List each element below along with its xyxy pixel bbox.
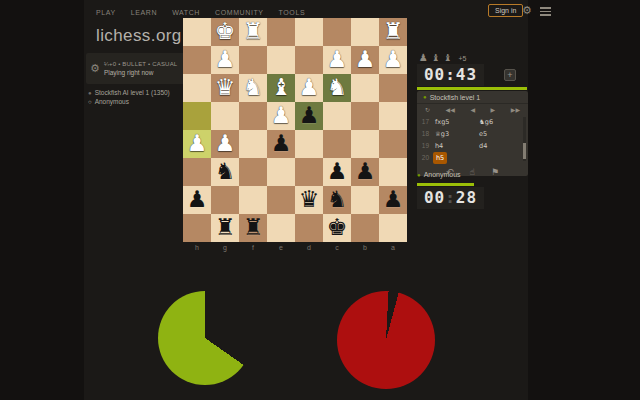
next-move-icon[interactable]: ▶ (491, 106, 496, 113)
nav-item-community[interactable]: COMMUNITY (215, 9, 264, 16)
nav-item-tools[interactable]: TOOLS (279, 9, 306, 16)
white-pawn[interactable]: ♟ (211, 46, 239, 74)
square-f2[interactable] (239, 46, 267, 74)
site-title: lichess.org (96, 26, 182, 46)
square-d1[interactable] (295, 18, 323, 46)
page: PLAYLEARNWATCHCOMMUNITYTOOLS Sign in ⚙ l… (0, 0, 640, 400)
online-indicator-icon: ● (423, 94, 427, 100)
black-pawn[interactable]: ♟ (323, 158, 351, 186)
white-pawn[interactable]: ♟ (295, 74, 323, 102)
last-move-icon[interactable]: ▶▶ (511, 106, 520, 113)
square-g8[interactable]: ♜ (211, 214, 239, 242)
square-g1[interactable]: ♚ (211, 18, 239, 46)
black-pawn[interactable]: ♟ (295, 102, 323, 130)
move-white[interactable]: h5 (433, 152, 447, 164)
square-a4[interactable] (379, 102, 407, 130)
file-label-b: b (351, 244, 379, 251)
black-knight[interactable]: ♞ (211, 158, 239, 186)
chess-board: ♚♜♜♟♟♟♟♛♞♝♟♞♟♟♟♟♟♞♟♟♟♛♞♟♜♜♚ (183, 18, 407, 242)
square-d8[interactable] (295, 214, 323, 242)
square-e3[interactable]: ♝ (267, 74, 295, 102)
white-pawn[interactable]: ♟ (183, 130, 211, 158)
square-g6[interactable]: ♞ (211, 158, 239, 186)
square-d6[interactable] (295, 158, 323, 186)
square-b2[interactable]: ♟ (351, 46, 379, 74)
square-d4[interactable]: ♟ (295, 102, 323, 130)
square-b8[interactable] (351, 214, 379, 242)
player-list-name: Anonymous (95, 98, 129, 105)
square-g2[interactable]: ♟ (211, 46, 239, 74)
white-pawn[interactable]: ♟ (351, 46, 379, 74)
move-white[interactable]: ♕g3 (433, 128, 477, 140)
square-c6[interactable]: ♟ (323, 158, 351, 186)
black-king[interactable]: ♚ (323, 214, 351, 242)
white-pawn[interactable]: ♟ (267, 102, 295, 130)
square-g5[interactable]: ♟ (211, 130, 239, 158)
opponent-clock: 00:43 (417, 64, 484, 86)
prev-move-icon[interactable]: ◀ (470, 106, 475, 113)
move-number: 17 (419, 116, 433, 128)
board-file-coordinates: hgfedcba (183, 244, 407, 251)
black-pawn[interactable]: ♟ (351, 158, 379, 186)
red-time-pie (337, 291, 435, 389)
square-a5[interactable] (379, 130, 407, 158)
draw-offer-icon[interactable]: ☝ (469, 167, 474, 177)
black-pawn[interactable]: ♟ (183, 186, 211, 214)
hamburger-menu-icon[interactable] (540, 7, 551, 18)
nav-menu: PLAYLEARNWATCHCOMMUNITYTOOLS (96, 9, 305, 16)
player-time-bar (417, 183, 474, 186)
white-rook[interactable]: ♜ (239, 18, 267, 46)
square-d7[interactable]: ♛ (295, 186, 323, 214)
square-f3[interactable]: ♞ (239, 74, 267, 102)
square-g4[interactable] (211, 102, 239, 130)
square-h1[interactable] (183, 18, 211, 46)
square-h6[interactable] (183, 158, 211, 186)
move-black[interactable]: ♞g6 (477, 116, 521, 128)
captured-piece-glyphs: ♟ ♝ ♝ (419, 52, 452, 63)
square-e1[interactable] (267, 18, 295, 46)
square-e2[interactable] (267, 46, 295, 74)
move-row: 20h5 (419, 152, 528, 164)
square-c4[interactable] (323, 102, 351, 130)
square-h4[interactable] (183, 102, 211, 130)
black-rook[interactable]: ♜ (211, 214, 239, 242)
square-h2[interactable] (183, 46, 211, 74)
move-white[interactable]: fxg5 (433, 116, 477, 128)
black-knight[interactable]: ♞ (323, 186, 351, 214)
file-label-c: c (323, 244, 351, 251)
game-settings-gear-icon: ⚙ (90, 62, 100, 75)
square-c1[interactable] (323, 18, 351, 46)
square-h7[interactable]: ♟ (183, 186, 211, 214)
white-rook[interactable]: ♜ (379, 18, 407, 46)
sign-in-button[interactable]: Sign in (488, 4, 523, 17)
square-d3[interactable]: ♟ (295, 74, 323, 102)
game-mode-text: ¼+0 • BULLET • CASUAL (104, 61, 178, 67)
move-row: 17fxg5♞g6 (419, 116, 528, 128)
square-h3[interactable] (183, 74, 211, 102)
white-knight[interactable]: ♞ (239, 74, 267, 102)
square-h5[interactable]: ♟ (183, 130, 211, 158)
square-e4[interactable]: ♟ (267, 102, 295, 130)
square-f5[interactable] (239, 130, 267, 158)
player-list: ●Stockfish AI level 1 (1350)○Anonymous (88, 89, 170, 107)
opponent-header: ● Stockfish level 1 (417, 91, 528, 104)
cycle-icon[interactable]: ↻ (425, 106, 430, 113)
move-number: 19 (419, 140, 433, 152)
square-d2[interactable] (295, 46, 323, 74)
white-king[interactable]: ♚ (211, 18, 239, 46)
square-b4[interactable] (351, 102, 379, 130)
square-g3[interactable]: ♛ (211, 74, 239, 102)
white-pawn[interactable]: ♟ (379, 46, 407, 74)
square-a1[interactable]: ♜ (379, 18, 407, 46)
file-label-g: g (211, 244, 239, 251)
game-status-text: Playing right now (104, 69, 178, 76)
square-b3[interactable] (351, 74, 379, 102)
player-name: Anonymous (424, 171, 461, 178)
nav-item-play[interactable]: PLAY (96, 9, 116, 16)
nav-item-learn[interactable]: LEARN (131, 9, 157, 16)
file-label-e: e (267, 244, 295, 251)
move-black[interactable] (477, 152, 521, 164)
square-f6[interactable] (239, 158, 267, 186)
square-e6[interactable] (267, 158, 295, 186)
black-rook[interactable]: ♜ (239, 214, 267, 242)
move-number: 18 (419, 128, 433, 140)
black-pawn[interactable]: ♟ (267, 130, 295, 158)
player-list-row: ●Stockfish AI level 1 (1350) (88, 89, 170, 96)
move-row: 19h4d4 (419, 140, 528, 152)
game-info-box: ⚙ ¼+0 • BULLET • CASUAL Playing right no… (86, 53, 186, 84)
square-f7[interactable] (239, 186, 267, 214)
player-header: ● Anonymous (417, 171, 461, 178)
square-c7[interactable]: ♞ (323, 186, 351, 214)
square-h8[interactable] (183, 214, 211, 242)
square-f1[interactable]: ♜ (239, 18, 267, 46)
player-list-row: ○Anonymous (88, 98, 170, 105)
player-list-name: Stockfish AI level 1 (1350) (95, 89, 170, 96)
green-time-pie (158, 291, 252, 385)
move-number: 20 (419, 152, 433, 164)
black-queen[interactable]: ♛ (295, 186, 323, 214)
captured-pieces: ♟ ♝ ♝ +5 (419, 52, 466, 63)
settings-gear-icon[interactable]: ⚙ (522, 4, 532, 17)
resign-flag-icon[interactable]: ⚑ (491, 167, 499, 177)
white-knight[interactable]: ♞ (323, 74, 351, 102)
square-e5[interactable]: ♟ (267, 130, 295, 158)
square-a6[interactable] (379, 158, 407, 186)
square-f4[interactable] (239, 102, 267, 130)
file-label-a: a (379, 244, 407, 251)
give-time-button[interactable]: + (504, 69, 516, 81)
replay-controls: ↻◀◀◀▶▶▶ (417, 104, 528, 115)
move-row: 18♕g3e5 (419, 128, 528, 140)
square-a7[interactable]: ♟ (379, 186, 407, 214)
white-queen[interactable]: ♛ (211, 74, 239, 102)
player-clock: 00:28 (417, 187, 484, 209)
move-black[interactable]: d4 (477, 140, 521, 152)
opponent-name: Stockfish level 1 (430, 94, 481, 101)
white-pawn[interactable]: ♟ (211, 130, 239, 158)
white-bishop[interactable]: ♝ (267, 74, 295, 102)
game-side-panel: ● Stockfish level 1 ↻◀◀◀▶▶▶ 17fxg5♞g618♕… (417, 91, 528, 176)
move-list: 17fxg5♞g618♕g3e519h4d420h5 (417, 115, 528, 165)
move-list-scrollbar[interactable] (523, 117, 526, 161)
square-a8[interactable] (379, 214, 407, 242)
square-d5[interactable] (295, 130, 323, 158)
square-e7[interactable] (267, 186, 295, 214)
square-b5[interactable] (351, 130, 379, 158)
first-move-icon[interactable]: ◀◀ (446, 106, 455, 113)
square-b7[interactable] (351, 186, 379, 214)
square-b6[interactable]: ♟ (351, 158, 379, 186)
white-pawn[interactable]: ♟ (323, 46, 351, 74)
player-color-icon: ○ (88, 99, 92, 105)
file-label-f: f (239, 244, 267, 251)
square-a3[interactable] (379, 74, 407, 102)
file-label-d: d (295, 244, 323, 251)
square-c8[interactable]: ♚ (323, 214, 351, 242)
square-c3[interactable]: ♞ (323, 74, 351, 102)
black-pawn[interactable]: ♟ (379, 186, 407, 214)
move-black[interactable]: e5 (477, 128, 521, 140)
nav-item-watch[interactable]: WATCH (172, 9, 200, 16)
material-advantage: +5 (458, 55, 466, 62)
square-f8[interactable]: ♜ (239, 214, 267, 242)
square-c5[interactable] (323, 130, 351, 158)
square-e8[interactable] (267, 214, 295, 242)
square-b1[interactable] (351, 18, 379, 46)
player-color-icon: ● (88, 90, 92, 96)
square-c2[interactable]: ♟ (323, 46, 351, 74)
square-a2[interactable]: ♟ (379, 46, 407, 74)
file-label-h: h (183, 244, 211, 251)
online-indicator-icon: ● (417, 172, 421, 178)
move-white[interactable]: h4 (433, 140, 477, 152)
opponent-time-bar (417, 87, 527, 90)
square-g7[interactable] (211, 186, 239, 214)
